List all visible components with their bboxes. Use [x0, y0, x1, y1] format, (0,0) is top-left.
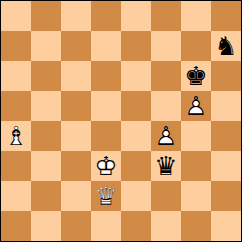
- black-knight[interactable]: ♞: [211, 31, 241, 61]
- square-h2[interactable]: [211, 181, 241, 211]
- square-f1[interactable]: [151, 211, 181, 241]
- square-h5[interactable]: [211, 91, 241, 121]
- square-a1[interactable]: [1, 211, 31, 241]
- square-d1[interactable]: [91, 211, 121, 241]
- square-g2[interactable]: [181, 181, 211, 211]
- square-e4[interactable]: [121, 121, 151, 151]
- square-a7[interactable]: [1, 31, 31, 61]
- square-g4[interactable]: [181, 121, 211, 151]
- square-b6[interactable]: [31, 61, 61, 91]
- white-queen-icon: ♕: [91, 181, 121, 211]
- square-g3[interactable]: [181, 151, 211, 181]
- square-b8[interactable]: [31, 1, 61, 31]
- square-e5[interactable]: [121, 91, 151, 121]
- square-c2[interactable]: [61, 181, 91, 211]
- square-d8[interactable]: [91, 1, 121, 31]
- square-d6[interactable]: [91, 61, 121, 91]
- square-b2[interactable]: [31, 181, 61, 211]
- square-g7[interactable]: [181, 31, 211, 61]
- square-h3[interactable]: [211, 151, 241, 181]
- black-queen[interactable]: ♛: [151, 151, 181, 181]
- square-e3[interactable]: [121, 151, 151, 181]
- white-pawn-icon: ♙: [151, 121, 181, 151]
- square-g6[interactable]: ♚: [181, 61, 211, 91]
- square-h7[interactable]: ♞: [211, 31, 241, 61]
- square-f5[interactable]: [151, 91, 181, 121]
- white-pawn[interactable]: ♟♙: [181, 91, 211, 121]
- square-b3[interactable]: [31, 151, 61, 181]
- white-king[interactable]: ♚♔: [91, 151, 121, 181]
- square-b7[interactable]: [31, 31, 61, 61]
- black-king[interactable]: ♚: [181, 61, 211, 91]
- square-a4[interactable]: ♝♗: [1, 121, 31, 151]
- square-a2[interactable]: [1, 181, 31, 211]
- square-d5[interactable]: [91, 91, 121, 121]
- square-a8[interactable]: [1, 1, 31, 31]
- square-d2[interactable]: ♛♕: [91, 181, 121, 211]
- square-c1[interactable]: [61, 211, 91, 241]
- square-a5[interactable]: [1, 91, 31, 121]
- square-g5[interactable]: ♟♙: [181, 91, 211, 121]
- square-d3[interactable]: ♚♔: [91, 151, 121, 181]
- white-bishop[interactable]: ♝♗: [1, 121, 31, 151]
- square-c4[interactable]: [61, 121, 91, 151]
- square-c3[interactable]: [61, 151, 91, 181]
- square-c6[interactable]: [61, 61, 91, 91]
- black-king-icon: ♚: [181, 61, 211, 91]
- square-c7[interactable]: [61, 31, 91, 61]
- square-h6[interactable]: [211, 61, 241, 91]
- white-queen[interactable]: ♛♕: [91, 181, 121, 211]
- square-f6[interactable]: [151, 61, 181, 91]
- square-g1[interactable]: [181, 211, 211, 241]
- square-d4[interactable]: [91, 121, 121, 151]
- square-f3[interactable]: ♛: [151, 151, 181, 181]
- square-b4[interactable]: [31, 121, 61, 151]
- square-h8[interactable]: [211, 1, 241, 31]
- square-b5[interactable]: [31, 91, 61, 121]
- square-c5[interactable]: [61, 91, 91, 121]
- square-g8[interactable]: [181, 1, 211, 31]
- white-pawn[interactable]: ♟♙: [151, 121, 181, 151]
- square-f2[interactable]: [151, 181, 181, 211]
- square-f4[interactable]: ♟♙: [151, 121, 181, 151]
- black-queen-icon: ♛: [151, 151, 181, 181]
- square-c8[interactable]: [61, 1, 91, 31]
- white-bishop-icon: ♗: [1, 121, 31, 151]
- square-f8[interactable]: [151, 1, 181, 31]
- square-e6[interactable]: [121, 61, 151, 91]
- square-e8[interactable]: [121, 1, 151, 31]
- square-f7[interactable]: [151, 31, 181, 61]
- square-h4[interactable]: [211, 121, 241, 151]
- white-pawn-icon: ♙: [181, 91, 211, 121]
- chessboard-frame: ♞♚♟♙♝♗♟♙♚♔♛♛♕: [0, 0, 242, 242]
- white-king-icon: ♔: [91, 151, 121, 181]
- square-b1[interactable]: [31, 211, 61, 241]
- square-a6[interactable]: [1, 61, 31, 91]
- square-h1[interactable]: [211, 211, 241, 241]
- square-a3[interactable]: [1, 151, 31, 181]
- square-d7[interactable]: [91, 31, 121, 61]
- square-e2[interactable]: [121, 181, 151, 211]
- square-e1[interactable]: [121, 211, 151, 241]
- black-knight-icon: ♞: [211, 31, 241, 61]
- chessboard: ♞♚♟♙♝♗♟♙♚♔♛♛♕: [1, 1, 241, 241]
- square-e7[interactable]: [121, 31, 151, 61]
